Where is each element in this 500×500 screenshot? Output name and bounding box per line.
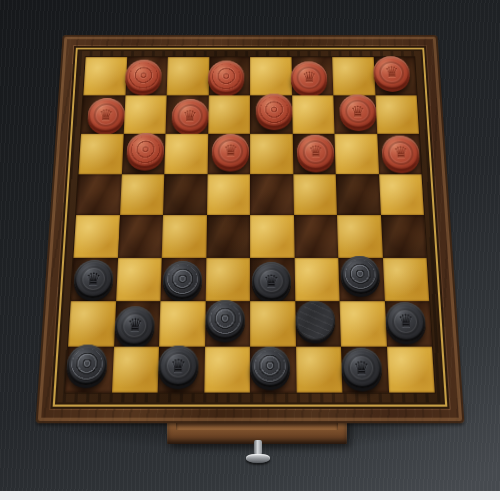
square-r7c6[interactable]: [295, 301, 341, 346]
square-r6c1[interactable]: ♛: [71, 257, 118, 301]
square-r2c8[interactable]: [375, 95, 419, 134]
crown-emboss-icon: ♛: [385, 302, 426, 341]
square-r3c7[interactable]: [335, 134, 379, 174]
square-r1c1[interactable]: [83, 57, 126, 95]
red-checker[interactable]: ♛: [212, 134, 249, 169]
square-r3c1[interactable]: [79, 134, 124, 174]
square-r1c7[interactable]: [332, 57, 375, 95]
square-r1c8[interactable]: ♛: [373, 57, 416, 95]
square-r1c5[interactable]: [250, 57, 292, 95]
square-r3c6[interactable]: ♛: [292, 134, 335, 174]
square-r3c4[interactable]: ♛: [207, 134, 250, 174]
crown-emboss-icon: ♛: [339, 95, 377, 129]
red-checker[interactable]: ♛: [339, 95, 377, 129]
red-checker[interactable]: ♛: [291, 61, 328, 94]
square-r1c4[interactable]: [208, 57, 250, 95]
square-r8c1[interactable]: [65, 346, 113, 392]
black-checker[interactable]: ♛: [385, 302, 426, 341]
red-checker[interactable]: [256, 94, 293, 128]
square-r1c2[interactable]: [125, 57, 168, 95]
square-r5c7[interactable]: [337, 215, 382, 257]
crown-emboss-icon: ♛: [87, 98, 125, 132]
square-r2c3[interactable]: ♛: [165, 95, 208, 134]
square-r6c3[interactable]: [160, 257, 205, 301]
square-r2c6[interactable]: [292, 95, 335, 134]
board-grid: ♛♛♛♛♛♛♛♛♛♛♛♛♛♛: [65, 57, 434, 392]
square-r7c1[interactable]: [68, 301, 116, 346]
square-r6c4[interactable]: [205, 257, 250, 301]
crown-emboss-icon: ♛: [341, 348, 383, 389]
square-r1c3[interactable]: [167, 57, 209, 95]
black-checker[interactable]: [250, 347, 290, 387]
square-r5c2[interactable]: [118, 215, 163, 257]
square-r8c3[interactable]: ♛: [158, 346, 205, 392]
square-r6c2[interactable]: [116, 257, 162, 301]
square-r4c8[interactable]: [379, 174, 424, 215]
square-r7c4[interactable]: [205, 301, 250, 346]
square-r5c5[interactable]: [250, 215, 294, 257]
square-r7c7[interactable]: [340, 301, 387, 346]
square-r4c1[interactable]: [76, 174, 121, 215]
crown-emboss-icon: ♛: [252, 262, 291, 300]
square-r8c5[interactable]: [250, 346, 296, 392]
red-checker[interactable]: ♛: [297, 135, 335, 170]
crown-emboss-icon: ♛: [297, 135, 335, 170]
square-r6c7[interactable]: [338, 257, 384, 301]
red-checker[interactable]: [208, 60, 244, 93]
red-checker[interactable]: ♛: [87, 98, 125, 132]
square-r6c6[interactable]: [294, 257, 339, 301]
red-checker[interactable]: ♛: [171, 99, 208, 133]
square-r3c2[interactable]: [121, 134, 165, 174]
black-checker[interactable]: [162, 261, 202, 299]
black-checker[interactable]: [340, 256, 380, 294]
square-r5c4[interactable]: [206, 215, 250, 257]
photo-scene: ♛♛♛♛♛♛♛♛♛♛♛♛♛♛: [0, 0, 500, 500]
black-checker[interactable]: ♛: [341, 348, 383, 389]
square-r5c6[interactable]: [293, 215, 338, 257]
black-checker[interactable]: ♛: [252, 262, 291, 300]
square-r5c1[interactable]: [73, 215, 119, 257]
black-checker[interactable]: ♛: [114, 306, 155, 345]
square-r3c5[interactable]: [250, 134, 293, 174]
crown-emboss-icon: ♛: [212, 134, 249, 169]
square-r4c4[interactable]: [207, 174, 250, 215]
red-checker[interactable]: ♛: [373, 56, 411, 89]
square-r4c3[interactable]: [163, 174, 207, 215]
crown-emboss-icon: ♛: [114, 306, 155, 345]
black-checker[interactable]: [65, 345, 107, 385]
square-r7c8[interactable]: ♛: [384, 301, 432, 346]
square-r8c6[interactable]: [295, 346, 342, 392]
square-r7c5[interactable]: [250, 301, 295, 346]
black-checker[interactable]: ♛: [73, 260, 114, 298]
black-checker[interactable]: ♛: [158, 346, 199, 386]
square-r4c7[interactable]: [336, 174, 381, 215]
square-r2c5[interactable]: [250, 95, 292, 134]
square-r2c7[interactable]: ♛: [333, 95, 376, 134]
square-r4c5[interactable]: [250, 174, 293, 215]
square-r7c2[interactable]: ♛: [114, 301, 161, 346]
red-checker[interactable]: ♛: [381, 135, 420, 170]
black-checker[interactable]: [205, 300, 245, 339]
red-checker[interactable]: [126, 133, 164, 168]
square-r7c3[interactable]: [159, 301, 205, 346]
crown-emboss-icon: ♛: [73, 260, 114, 298]
crown-emboss-icon: ♛: [373, 56, 411, 89]
drawer-handle-foot: [246, 454, 270, 463]
square-r4c2[interactable]: [120, 174, 165, 215]
square-r8c8[interactable]: [386, 346, 434, 392]
square-r5c3[interactable]: [162, 215, 207, 257]
square-r3c8[interactable]: ♛: [377, 134, 422, 174]
crown-emboss-icon: ♛: [291, 61, 328, 94]
square-r8c2[interactable]: [111, 346, 159, 392]
square-r2c4[interactable]: [208, 95, 250, 134]
square-r1c6[interactable]: ♛: [291, 57, 333, 95]
square-r6c5[interactable]: ♛: [250, 257, 295, 301]
drawer-handle[interactable]: [246, 440, 270, 470]
table-edge-strip: [0, 491, 500, 500]
square-r2c2[interactable]: [123, 95, 166, 134]
crown-emboss-icon: ♛: [158, 346, 199, 386]
crown-emboss-icon: ♛: [171, 99, 208, 133]
square-r3c3[interactable]: [164, 134, 207, 174]
black-checker[interactable]: [296, 301, 336, 340]
square-r8c7[interactable]: ♛: [341, 346, 389, 392]
square-r5c8[interactable]: [380, 215, 426, 257]
square-r6c8[interactable]: [382, 257, 429, 301]
square-r8c4[interactable]: [204, 346, 250, 392]
red-checker[interactable]: [125, 59, 162, 92]
checkers-board: ♛♛♛♛♛♛♛♛♛♛♛♛♛♛: [36, 35, 465, 423]
square-r2c1[interactable]: ♛: [81, 95, 125, 134]
square-r4c6[interactable]: [293, 174, 337, 215]
crown-emboss-icon: ♛: [381, 135, 420, 170]
